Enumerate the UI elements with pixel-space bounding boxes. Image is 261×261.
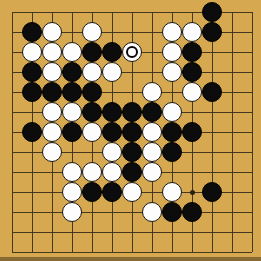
black-stone bbox=[22, 122, 42, 142]
white-stone bbox=[142, 82, 162, 102]
white-stone bbox=[142, 202, 162, 222]
white-stone bbox=[162, 42, 182, 62]
white-stone bbox=[162, 62, 182, 82]
white-stone bbox=[42, 122, 62, 142]
white-stone bbox=[142, 142, 162, 162]
black-stone bbox=[142, 102, 162, 122]
white-stone bbox=[162, 182, 182, 202]
white-stone bbox=[142, 162, 162, 182]
white-stone bbox=[22, 42, 42, 62]
white-stone bbox=[102, 142, 122, 162]
white-stone bbox=[162, 22, 182, 42]
white-stone bbox=[102, 62, 122, 82]
black-stone bbox=[102, 42, 122, 62]
black-stone bbox=[202, 82, 222, 102]
white-stone bbox=[42, 102, 62, 122]
black-stone bbox=[202, 22, 222, 42]
black-stone bbox=[82, 182, 102, 202]
black-stone bbox=[182, 202, 202, 222]
black-stone bbox=[22, 62, 42, 82]
white-stone bbox=[142, 122, 162, 142]
white-stone bbox=[42, 22, 62, 42]
black-stone bbox=[182, 42, 202, 62]
black-stone bbox=[62, 122, 82, 142]
white-stone bbox=[182, 82, 202, 102]
black-stone bbox=[202, 182, 222, 202]
black-stone bbox=[22, 22, 42, 42]
white-stone bbox=[62, 102, 82, 122]
white-stone bbox=[82, 62, 102, 82]
white-stone bbox=[122, 42, 142, 62]
white-stone bbox=[182, 22, 202, 42]
black-stone bbox=[162, 122, 182, 142]
white-stone bbox=[82, 122, 102, 142]
star-point bbox=[190, 190, 195, 195]
white-stone bbox=[62, 162, 82, 182]
black-stone bbox=[122, 142, 142, 162]
black-stone bbox=[122, 102, 142, 122]
white-stone bbox=[42, 42, 62, 62]
black-stone bbox=[102, 182, 122, 202]
white-stone bbox=[82, 22, 102, 42]
white-stone bbox=[62, 202, 82, 222]
go-board[interactable] bbox=[0, 0, 261, 261]
black-stone bbox=[62, 62, 82, 82]
white-stone bbox=[42, 62, 62, 82]
black-stone bbox=[22, 82, 42, 102]
black-stone bbox=[42, 82, 62, 102]
black-stone bbox=[82, 42, 102, 62]
last-move-marker-icon bbox=[126, 46, 138, 58]
black-stone bbox=[202, 2, 222, 22]
white-stone bbox=[62, 42, 82, 62]
black-stone bbox=[122, 162, 142, 182]
black-stone bbox=[102, 122, 122, 142]
white-stone bbox=[62, 182, 82, 202]
black-stone bbox=[102, 102, 122, 122]
white-stone bbox=[102, 162, 122, 182]
board-edge-shadow bbox=[0, 257, 261, 261]
black-stone bbox=[182, 62, 202, 82]
black-stone bbox=[82, 82, 102, 102]
black-stone bbox=[122, 122, 142, 142]
black-stone bbox=[62, 82, 82, 102]
black-stone bbox=[162, 142, 182, 162]
white-stone bbox=[162, 102, 182, 122]
white-stone bbox=[122, 182, 142, 202]
black-stone bbox=[82, 102, 102, 122]
white-stone bbox=[82, 162, 102, 182]
black-stone bbox=[162, 202, 182, 222]
black-stone bbox=[182, 122, 202, 142]
white-stone bbox=[42, 142, 62, 162]
